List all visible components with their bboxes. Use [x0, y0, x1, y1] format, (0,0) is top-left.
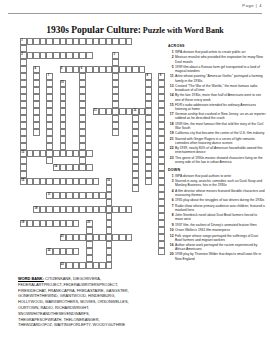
grid-cell[interactable] — [46, 101, 53, 108]
grid-cell[interactable] — [106, 255, 113, 262]
grid-cell[interactable] — [158, 171, 165, 178]
grid-cell[interactable] — [112, 129, 119, 136]
grid-cell[interactable] — [132, 115, 139, 122]
grid-cell[interactable] — [79, 150, 86, 157]
grid-cell[interactable] — [106, 66, 113, 73]
grid-cell[interactable] — [106, 262, 113, 269]
grid-cell[interactable] — [33, 178, 40, 185]
grid-void — [152, 115, 159, 122]
grid-cell[interactable] — [53, 192, 60, 199]
grid-cell[interactable] — [73, 206, 80, 213]
grid-cell[interactable] — [60, 206, 67, 213]
grid-cell[interactable] — [33, 220, 40, 227]
grid-cell[interactable] — [46, 108, 53, 115]
grid-cell[interactable]: 11 — [93, 108, 100, 115]
grid-cell[interactable] — [158, 192, 165, 199]
grid-cell[interactable] — [53, 52, 60, 59]
grid-cell[interactable] — [158, 136, 165, 143]
grid-cell[interactable] — [99, 66, 106, 73]
grid-cell[interactable] — [158, 206, 165, 213]
grid-void — [99, 248, 106, 255]
grid-cell[interactable] — [158, 115, 165, 122]
grid-cell[interactable] — [60, 108, 67, 115]
grid-cell[interactable] — [106, 206, 113, 213]
grid-cell[interactable] — [145, 178, 152, 185]
grid-cell[interactable] — [46, 80, 53, 87]
grid-cell[interactable] — [132, 122, 139, 129]
grid-void — [53, 66, 60, 73]
grid-void — [60, 59, 67, 66]
grid-cell[interactable] — [112, 94, 119, 101]
grid-cell[interactable] — [46, 143, 53, 150]
grid-cell[interactable]: 2 — [20, 52, 27, 59]
grid-cell[interactable]: 12 — [132, 108, 139, 115]
grid-cell[interactable] — [132, 185, 139, 192]
grid-cell[interactable] — [66, 66, 73, 73]
grid-cell[interactable] — [40, 52, 47, 59]
grid-void — [93, 59, 100, 66]
grid-cell[interactable] — [46, 178, 53, 185]
grid-cell[interactable] — [99, 38, 106, 45]
grid-cell[interactable] — [53, 220, 60, 227]
grid-cell[interactable] — [60, 164, 67, 171]
grid-cell[interactable] — [60, 136, 67, 143]
grid-cell[interactable] — [86, 234, 93, 241]
grid-cell[interactable]: 8 — [145, 73, 152, 80]
grid-cell[interactable] — [145, 94, 152, 101]
grid-cell[interactable] — [158, 185, 165, 192]
grid-void — [119, 80, 126, 87]
grid-cell[interactable] — [60, 38, 67, 45]
grid-cell[interactable] — [158, 157, 165, 164]
grid-cell[interactable] — [66, 220, 73, 227]
grid-cell[interactable] — [126, 38, 133, 45]
grid-cell[interactable] — [158, 108, 165, 115]
grid-cell[interactable] — [145, 108, 152, 115]
grid-cell[interactable] — [79, 52, 86, 59]
grid-cell[interactable] — [79, 157, 86, 164]
grid-cell[interactable] — [132, 136, 139, 143]
grid-cell[interactable] — [46, 129, 53, 136]
grid-cell[interactable] — [20, 129, 27, 136]
grid-cell[interactable] — [40, 150, 47, 157]
grid-cell[interactable] — [86, 52, 93, 59]
grid-cell[interactable] — [126, 206, 133, 213]
grid-cell[interactable] — [106, 108, 113, 115]
grid-cell[interactable]: 5 — [60, 66, 67, 73]
grid-cell[interactable]: 22 — [46, 248, 53, 255]
clue-item-number: 2 — [168, 55, 174, 59]
grid-cell[interactable] — [79, 87, 86, 94]
grid-void — [40, 73, 47, 80]
grid-cell[interactable] — [86, 262, 93, 269]
grid-cell[interactable] — [66, 206, 73, 213]
grid-cell[interactable] — [106, 227, 113, 234]
grid-cell[interactable] — [112, 73, 119, 80]
grid-cell[interactable] — [79, 206, 86, 213]
grid-cell[interactable] — [60, 150, 67, 157]
grid-cell[interactable] — [20, 80, 27, 87]
grid-cell[interactable] — [158, 234, 165, 241]
grid-cell[interactable] — [112, 115, 119, 122]
grid-cell[interactable] — [79, 38, 86, 45]
grid-cell[interactable] — [20, 73, 27, 80]
grid-cell[interactable] — [60, 129, 67, 136]
grid-cell[interactable] — [79, 192, 86, 199]
grid-cell[interactable] — [106, 248, 113, 255]
grid-cell[interactable] — [53, 38, 60, 45]
grid-cell[interactable] — [60, 122, 67, 129]
grid-cell[interactable] — [46, 122, 53, 129]
grid-cell[interactable] — [112, 108, 119, 115]
grid-cell[interactable] — [106, 213, 113, 220]
grid-cell[interactable] — [145, 164, 152, 171]
grid-cell[interactable] — [132, 157, 139, 164]
grid-cell[interactable] — [20, 66, 27, 73]
grid-cell[interactable] — [145, 129, 152, 136]
grid-cell[interactable] — [40, 178, 47, 185]
grid-cell[interactable] — [53, 206, 60, 213]
grid-cell[interactable] — [73, 234, 80, 241]
grid-cell[interactable]: 7 — [46, 73, 53, 80]
grid-cell[interactable] — [20, 164, 27, 171]
page-number-label: Page | 4 — [242, 3, 262, 8]
grid-cell[interactable] — [145, 150, 152, 157]
grid-cell[interactable]: 18 — [33, 206, 40, 213]
grid-cell[interactable] — [79, 108, 86, 115]
grid-cell[interactable] — [126, 234, 133, 241]
grid-cell[interactable] — [73, 220, 80, 227]
grid-cell[interactable] — [20, 157, 27, 164]
grid-cell[interactable]: 9 — [158, 73, 165, 80]
grid-cell[interactable] — [112, 59, 119, 66]
grid-cell[interactable] — [99, 206, 106, 213]
grid-cell[interactable] — [119, 38, 126, 45]
grid-cell[interactable] — [145, 136, 152, 143]
grid-cell[interactable] — [99, 192, 106, 199]
grid-cell[interactable] — [86, 206, 93, 213]
grid-cell[interactable] — [86, 164, 93, 171]
grid-cell[interactable] — [66, 192, 73, 199]
grid-cell[interactable]: 6 — [79, 66, 86, 73]
grid-cell[interactable] — [27, 38, 34, 45]
grid-cell[interactable] — [86, 38, 93, 45]
grid-cell[interactable] — [20, 108, 27, 115]
grid-cell[interactable] — [145, 87, 152, 94]
grid-cell[interactable] — [79, 115, 86, 122]
grid-cell[interactable] — [33, 73, 40, 80]
grid-cell[interactable] — [79, 73, 86, 80]
grid-cell[interactable] — [93, 262, 100, 269]
grid-cell[interactable] — [27, 178, 34, 185]
grid-cell[interactable] — [79, 101, 86, 108]
grid-cell[interactable] — [158, 178, 165, 185]
grid-cell[interactable] — [158, 213, 165, 220]
grid-cell[interactable] — [33, 80, 40, 87]
grid-cell[interactable]: 20 — [86, 220, 93, 227]
grid-cell[interactable] — [158, 129, 165, 136]
grid-cell[interactable] — [99, 234, 106, 241]
grid-cell[interactable] — [158, 248, 165, 255]
crossword-grid[interactable]: 1234567891011121314151617181920212223 — [20, 38, 165, 269]
grid-cell[interactable] — [73, 178, 80, 185]
grid-cell[interactable] — [132, 164, 139, 171]
grid-cell[interactable] — [145, 122, 152, 129]
grid-cell[interactable] — [145, 157, 152, 164]
grid-cell[interactable] — [66, 234, 73, 241]
grid-cell[interactable] — [53, 248, 60, 255]
grid-void — [112, 241, 119, 248]
grid-cell[interactable] — [20, 171, 27, 178]
grid-cell[interactable] — [33, 115, 40, 122]
grid-cell[interactable] — [79, 122, 86, 129]
grid-cell[interactable] — [79, 94, 86, 101]
grid-cell[interactable] — [86, 248, 93, 255]
clue-item: 1WPA division that paid artists to creat… — [168, 50, 266, 54]
grid-cell[interactable] — [73, 38, 80, 45]
grid-cell[interactable] — [93, 66, 100, 73]
grid-cell[interactable] — [46, 52, 53, 59]
grid-cell[interactable] — [33, 108, 40, 115]
grid-cell[interactable] — [60, 94, 67, 101]
grid-cell[interactable] — [106, 199, 113, 206]
grid-cell[interactable]: 19 — [20, 220, 27, 227]
grid-cell[interactable] — [20, 59, 27, 66]
grid-cell[interactable] — [79, 164, 86, 171]
grid-cell[interactable] — [79, 129, 86, 136]
grid-void — [93, 115, 100, 122]
grid-cell[interactable] — [158, 101, 165, 108]
grid-cell[interactable]: 3 — [112, 52, 119, 59]
grid-cell[interactable] — [158, 150, 165, 157]
grid-cell[interactable] — [46, 220, 53, 227]
grid-cell[interactable] — [66, 164, 73, 171]
grid-cell[interactable]: 17 — [46, 192, 53, 199]
grid-cell[interactable] — [132, 66, 139, 73]
grid-cell[interactable] — [66, 248, 73, 255]
grid-cell[interactable] — [112, 80, 119, 87]
grid-cell[interactable] — [33, 101, 40, 108]
grid-cell[interactable] — [73, 150, 80, 157]
grid-cell[interactable] — [93, 38, 100, 45]
grid-void — [152, 101, 159, 108]
grid-cell[interactable] — [86, 241, 93, 248]
grid-cell[interactable] — [132, 143, 139, 150]
grid-void — [40, 115, 47, 122]
grid-cell[interactable] — [86, 150, 93, 157]
grid-cell[interactable] — [20, 122, 27, 129]
grid-cell[interactable] — [46, 206, 53, 213]
grid-cell[interactable] — [33, 38, 40, 45]
grid-cell[interactable] — [158, 241, 165, 248]
word-bank-words: CITIZENKANE, DIEGORIVERA, FEDERALARTPROJ… — [18, 276, 129, 327]
grid-cell[interactable] — [73, 66, 80, 73]
grid-cell[interactable] — [73, 262, 80, 269]
grid-void — [152, 220, 159, 227]
grid-cell[interactable] — [79, 80, 86, 87]
grid-cell[interactable] — [27, 52, 34, 59]
grid-cell[interactable] — [66, 150, 73, 157]
grid-cell[interactable] — [20, 87, 27, 94]
grid-cell[interactable] — [139, 66, 146, 73]
grid-cell[interactable] — [145, 171, 152, 178]
grid-cell[interactable] — [73, 192, 80, 199]
grid-void — [66, 227, 73, 234]
grid-cell[interactable] — [46, 94, 53, 101]
grid-cell[interactable] — [79, 262, 86, 269]
grid-cell[interactable]: 15 — [20, 178, 27, 185]
grid-cell[interactable] — [46, 150, 53, 157]
grid-cell[interactable] — [66, 38, 73, 45]
grid-cell[interactable] — [20, 101, 27, 108]
grid-void — [79, 248, 86, 255]
grid-cell[interactable] — [158, 227, 165, 234]
grid-void — [73, 59, 80, 66]
grid-cell[interactable] — [119, 234, 126, 241]
grid-cell[interactable] — [86, 178, 93, 185]
grid-cell[interactable] — [145, 143, 152, 150]
grid-cell[interactable] — [60, 192, 67, 199]
grid-cell[interactable] — [33, 150, 40, 157]
grid-cell[interactable]: 4 — [33, 66, 40, 73]
grid-cell[interactable] — [60, 87, 67, 94]
grid-cell[interactable] — [60, 52, 67, 59]
grid-cell[interactable] — [60, 248, 67, 255]
grid-cell[interactable] — [158, 94, 165, 101]
grid-void — [40, 94, 47, 101]
grid-cell[interactable] — [53, 178, 60, 185]
grid-cell[interactable] — [20, 136, 27, 143]
grid-cell[interactable] — [112, 66, 119, 73]
grid-cell[interactable] — [40, 220, 47, 227]
grid-void — [99, 122, 106, 129]
grid-cell[interactable] — [73, 52, 80, 59]
grid-cell[interactable] — [46, 157, 53, 164]
grid-cell[interactable] — [60, 178, 67, 185]
grid-cell[interactable] — [46, 38, 53, 45]
grid-cell[interactable] — [99, 108, 106, 115]
grid-cell[interactable] — [27, 150, 34, 157]
grid-cell[interactable] — [112, 38, 119, 45]
grid-cell[interactable] — [60, 101, 67, 108]
grid-cell[interactable] — [60, 143, 67, 150]
grid-cell[interactable] — [112, 234, 119, 241]
grid-cell[interactable] — [106, 234, 113, 241]
grid-cell[interactable] — [145, 101, 152, 108]
grid-cell[interactable] — [73, 248, 80, 255]
grid-cell[interactable] — [20, 94, 27, 101]
grid-cell[interactable] — [46, 87, 53, 94]
grid-cell[interactable] — [46, 136, 53, 143]
grid-cell[interactable] — [20, 115, 27, 122]
grid-cell[interactable] — [132, 150, 139, 157]
grid-cell[interactable] — [33, 94, 40, 101]
grid-cell[interactable] — [79, 234, 86, 241]
grid-cell[interactable] — [93, 178, 100, 185]
grid-cell[interactable] — [60, 115, 67, 122]
grid-cell[interactable] — [27, 220, 34, 227]
grid-void — [119, 255, 126, 262]
grid-cell[interactable] — [145, 80, 152, 87]
grid-cell[interactable] — [40, 38, 47, 45]
grid-cell[interactable] — [112, 206, 119, 213]
grid-cell[interactable] — [158, 199, 165, 206]
grid-cell[interactable] — [126, 66, 133, 73]
grid-void — [152, 171, 159, 178]
grid-cell[interactable] — [106, 241, 113, 248]
grid-cell[interactable] — [99, 262, 106, 269]
grid-cell[interactable] — [20, 143, 27, 150]
grid-cell[interactable] — [33, 87, 40, 94]
grid-cell[interactable]: 10 — [60, 80, 67, 87]
grid-cell[interactable] — [73, 164, 80, 171]
grid-cell[interactable] — [119, 108, 126, 115]
grid-cell[interactable] — [158, 164, 165, 171]
grid-cell[interactable] — [86, 66, 93, 73]
grid-cell[interactable]: 13 — [20, 150, 27, 157]
grid-cell[interactable] — [139, 108, 146, 115]
grid-cell[interactable] — [126, 108, 133, 115]
grid-cell[interactable] — [53, 150, 60, 157]
grid-cell[interactable] — [106, 38, 113, 45]
grid-cell[interactable] — [33, 122, 40, 129]
grid-cell[interactable]: 21 — [60, 234, 67, 241]
grid-void — [40, 87, 47, 94]
grid-cell[interactable] — [33, 129, 40, 136]
grid-cell[interactable]: 23 — [60, 262, 67, 269]
grid-cell[interactable] — [33, 52, 40, 59]
grid-cell[interactable] — [66, 178, 73, 185]
grid-cell[interactable] — [66, 52, 73, 59]
grid-cell[interactable] — [106, 220, 113, 227]
grid-cell[interactable] — [46, 115, 53, 122]
grid-cell[interactable] — [93, 206, 100, 213]
grid-cell[interactable] — [132, 178, 139, 185]
grid-cell[interactable] — [158, 220, 165, 227]
grid-cell[interactable] — [40, 206, 47, 213]
grid-cell[interactable]: 14 — [53, 164, 60, 171]
grid-cell[interactable] — [79, 178, 86, 185]
grid-cell[interactable] — [158, 80, 165, 87]
grid-cell[interactable] — [158, 122, 165, 129]
grid-cell[interactable] — [119, 206, 126, 213]
grid-cell[interactable] — [86, 192, 93, 199]
grid-cell[interactable] — [93, 234, 100, 241]
grid-cell[interactable] — [20, 45, 27, 52]
grid-void — [152, 227, 159, 234]
grid-cell[interactable] — [112, 122, 119, 129]
grid-cell[interactable] — [119, 66, 126, 73]
grid-cell[interactable] — [86, 227, 93, 234]
grid-cell[interactable] — [106, 192, 113, 199]
grid-cell[interactable] — [132, 129, 139, 136]
grid-cell[interactable] — [79, 143, 86, 150]
grid-cell[interactable] — [145, 115, 152, 122]
grid-cell[interactable] — [158, 87, 165, 94]
grid-cell[interactable] — [112, 101, 119, 108]
grid-cell[interactable] — [112, 87, 119, 94]
grid-cell[interactable] — [106, 185, 113, 192]
grid-cell[interactable] — [79, 136, 86, 143]
grid-cell[interactable]: 1 — [20, 38, 27, 45]
grid-cell[interactable] — [66, 262, 73, 269]
grid-cell[interactable]: 16 — [106, 178, 113, 185]
grid-cell[interactable] — [158, 143, 165, 150]
grid-cell[interactable] — [93, 192, 100, 199]
grid-cell[interactable] — [132, 171, 139, 178]
grid-cell[interactable] — [60, 220, 67, 227]
grid-cell[interactable] — [86, 255, 93, 262]
